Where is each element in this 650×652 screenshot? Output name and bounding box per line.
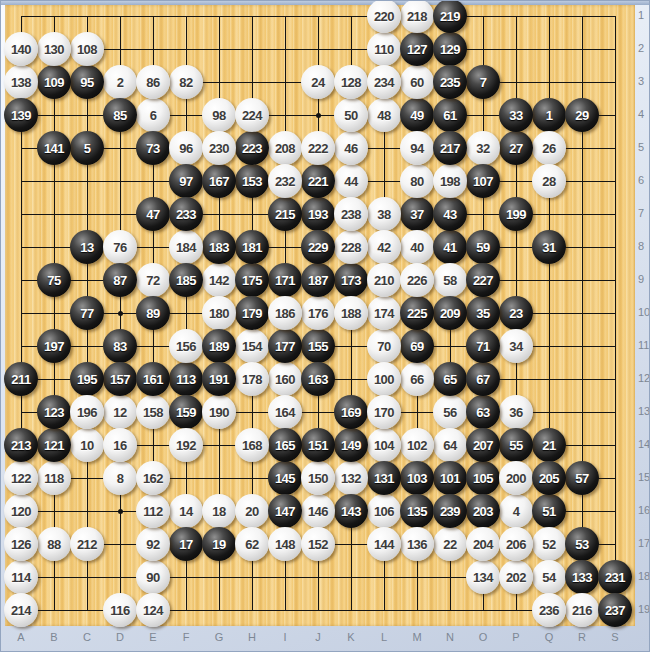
stone-white-O17[interactable]: 204 [466,527,500,561]
stone-black-Q4[interactable]: 1 [532,98,566,132]
stone-white-J5[interactable]: 222 [301,131,335,165]
stone-white-P18[interactable]: 202 [499,560,533,594]
stone-black-F12[interactable]: 113 [169,362,203,396]
stone-black-H8[interactable]: 181 [235,230,269,264]
column-label-K: K [342,631,360,643]
stone-black-P10[interactable]: 23 [499,296,533,330]
stone-black-D11[interactable]: 83 [103,329,137,363]
stone-white-F11[interactable]: 156 [169,329,203,363]
row-label-6: 6 [638,174,650,186]
stone-black-O10[interactable]: 35 [466,296,500,330]
stone-white-M6[interactable]: 80 [400,164,434,198]
row-label-3: 3 [638,75,650,87]
stone-white-I5[interactable]: 208 [268,131,302,165]
column-label-O: O [474,631,492,643]
stone-black-O13[interactable]: 63 [466,395,500,429]
stone-white-J3[interactable]: 24 [301,65,335,99]
row-label-16: 16 [638,504,650,516]
row-label-15: 15 [638,471,650,483]
stone-black-J12[interactable]: 163 [301,362,335,396]
stone-white-J15[interactable]: 150 [301,461,335,495]
stone-white-I13[interactable]: 164 [268,395,302,429]
stone-black-R18[interactable]: 133 [565,560,599,594]
column-label-B: B [45,631,63,643]
stone-black-B5[interactable]: 141 [37,131,71,165]
stone-white-L4[interactable]: 48 [367,98,401,132]
row-label-18: 18 [638,570,650,582]
stone-white-K8[interactable]: 228 [334,230,368,264]
stone-black-P5[interactable]: 27 [499,131,533,165]
row-label-17: 17 [638,537,650,549]
column-label-C: C [78,631,96,643]
stone-black-Q14[interactable]: 21 [532,428,566,462]
stone-white-K5[interactable]: 46 [334,131,368,165]
stone-white-J16[interactable]: 146 [301,494,335,528]
stone-white-G4[interactable]: 98 [202,98,236,132]
stone-white-L8[interactable]: 42 [367,230,401,264]
stone-black-B9[interactable]: 75 [37,263,71,297]
stone-white-K6[interactable]: 44 [334,164,368,198]
stone-white-I17[interactable]: 148 [268,527,302,561]
column-label-G: G [210,631,228,643]
stone-white-A17[interactable]: 126 [4,527,38,561]
stone-black-G17[interactable]: 19 [202,527,236,561]
row-label-14: 14 [638,438,650,450]
stone-black-D9[interactable]: 87 [103,263,137,297]
star-point-D10 [118,311,123,316]
stone-white-K15[interactable]: 132 [334,461,368,495]
row-label-12: 12 [638,372,650,384]
stone-black-D12[interactable]: 157 [103,362,137,396]
stone-white-A15[interactable]: 122 [4,461,38,495]
stone-white-M1[interactable]: 218 [400,0,434,33]
stone-black-C8[interactable]: 13 [70,230,104,264]
stone-white-P11[interactable]: 34 [499,329,533,363]
stone-white-A18[interactable]: 114 [4,560,38,594]
stone-black-N3[interactable]: 235 [433,65,467,99]
stone-white-G9[interactable]: 142 [202,263,236,297]
stone-white-N6[interactable]: 198 [433,164,467,198]
stone-white-F16[interactable]: 14 [169,494,203,528]
stone-white-Q5[interactable]: 26 [532,131,566,165]
stone-black-O6[interactable]: 107 [466,164,500,198]
stone-black-I11[interactable]: 177 [268,329,302,363]
stone-black-J7[interactable]: 193 [301,197,335,231]
stone-white-C13[interactable]: 196 [70,395,104,429]
stone-white-D15[interactable]: 8 [103,461,137,495]
stone-black-N5[interactable]: 217 [433,131,467,165]
stone-black-O16[interactable]: 203 [466,494,500,528]
stone-black-M4[interactable]: 49 [400,98,434,132]
stone-black-K9[interactable]: 173 [334,263,368,297]
stone-white-M3[interactable]: 60 [400,65,434,99]
stone-white-M14[interactable]: 102 [400,428,434,462]
stone-black-M2[interactable]: 127 [400,32,434,66]
stone-white-A3[interactable]: 138 [4,65,38,99]
stone-white-G13[interactable]: 190 [202,395,236,429]
grid-line-vertical [615,16,616,611]
stone-black-S19[interactable]: 237 [598,593,632,627]
column-label-L: L [375,631,393,643]
row-label-5: 5 [638,141,650,153]
stone-white-J17[interactable]: 152 [301,527,335,561]
column-label-A: A [12,631,30,643]
stone-white-Q18[interactable]: 54 [532,560,566,594]
stone-black-N2[interactable]: 129 [433,32,467,66]
stone-black-J9[interactable]: 187 [301,263,335,297]
row-label-9: 9 [638,273,650,285]
row-label-7: 7 [638,207,650,219]
stone-white-H4[interactable]: 224 [235,98,269,132]
stone-black-N1[interactable]: 219 [433,0,467,33]
stone-white-L11[interactable]: 70 [367,329,401,363]
stone-white-E16[interactable]: 112 [136,494,170,528]
stone-white-P15[interactable]: 200 [499,461,533,495]
row-label-2: 2 [638,42,650,54]
stone-white-E3[interactable]: 86 [136,65,170,99]
stone-white-F8[interactable]: 184 [169,230,203,264]
stone-white-L14[interactable]: 104 [367,428,401,462]
stone-black-M16[interactable]: 135 [400,494,434,528]
stone-black-O8[interactable]: 59 [466,230,500,264]
stone-white-I6[interactable]: 232 [268,164,302,198]
stone-black-H5[interactable]: 223 [235,131,269,165]
stone-black-C10[interactable]: 77 [70,296,104,330]
column-label-M: M [408,631,426,643]
stone-white-H12[interactable]: 178 [235,362,269,396]
stone-black-F7[interactable]: 233 [169,197,203,231]
stone-white-Q17[interactable]: 52 [532,527,566,561]
stone-white-N13[interactable]: 56 [433,395,467,429]
stone-black-N7[interactable]: 43 [433,197,467,231]
stone-black-F6[interactable]: 97 [169,164,203,198]
stone-white-L7[interactable]: 38 [367,197,401,231]
stone-white-D3[interactable]: 2 [103,65,137,99]
stone-black-I7[interactable]: 215 [268,197,302,231]
stone-white-E4[interactable]: 6 [136,98,170,132]
stone-black-H6[interactable]: 153 [235,164,269,198]
stone-white-E19[interactable]: 124 [136,593,170,627]
stone-white-D8[interactable]: 76 [103,230,137,264]
stone-white-P13[interactable]: 36 [499,395,533,429]
stone-white-B2[interactable]: 130 [37,32,71,66]
stone-black-I15[interactable]: 145 [268,461,302,495]
stone-white-A16[interactable]: 120 [4,494,38,528]
stone-black-N16[interactable]: 239 [433,494,467,528]
stone-white-A19[interactable]: 214 [4,593,38,627]
stone-white-G5[interactable]: 230 [202,131,236,165]
stone-white-H14[interactable]: 168 [235,428,269,462]
stone-white-F5[interactable]: 96 [169,131,203,165]
stone-black-C12[interactable]: 195 [70,362,104,396]
stone-black-B11[interactable]: 197 [37,329,71,363]
stone-white-H11[interactable]: 154 [235,329,269,363]
stone-black-K13[interactable]: 169 [334,395,368,429]
stone-black-I14[interactable]: 165 [268,428,302,462]
row-label-4: 4 [638,108,650,120]
stone-white-E9[interactable]: 72 [136,263,170,297]
goban: 1245678101213141617181920212223242627282… [5,5,635,626]
stone-black-G11[interactable]: 189 [202,329,236,363]
stone-black-F17[interactable]: 17 [169,527,203,561]
stone-white-M17[interactable]: 136 [400,527,434,561]
stone-white-D19[interactable]: 116 [103,593,137,627]
stone-black-E12[interactable]: 161 [136,362,170,396]
column-label-Q: Q [540,631,558,643]
stone-black-F13[interactable]: 159 [169,395,203,429]
column-label-H: H [243,631,261,643]
stone-white-G16[interactable]: 18 [202,494,236,528]
stone-white-L13[interactable]: 170 [367,395,401,429]
stone-white-N9[interactable]: 58 [433,263,467,297]
stone-black-Q8[interactable]: 31 [532,230,566,264]
stone-black-J14[interactable]: 151 [301,428,335,462]
stone-black-G12[interactable]: 191 [202,362,236,396]
stone-white-E18[interactable]: 90 [136,560,170,594]
stone-black-E5[interactable]: 73 [136,131,170,165]
stone-black-K16[interactable]: 143 [334,494,368,528]
stone-black-E7[interactable]: 47 [136,197,170,231]
stone-black-M10[interactable]: 225 [400,296,434,330]
stone-black-E10[interactable]: 89 [136,296,170,330]
stone-black-R17[interactable]: 53 [565,527,599,561]
stone-white-B15[interactable]: 118 [37,461,71,495]
stone-white-D14[interactable]: 16 [103,428,137,462]
stone-white-B17[interactable]: 88 [37,527,71,561]
stone-black-O14[interactable]: 207 [466,428,500,462]
stone-white-K3[interactable]: 128 [334,65,368,99]
stone-white-G10[interactable]: 180 [202,296,236,330]
stone-black-G8[interactable]: 183 [202,230,236,264]
stone-black-N4[interactable]: 61 [433,98,467,132]
column-label-E: E [144,631,162,643]
stone-white-P16[interactable]: 4 [499,494,533,528]
stone-black-J11[interactable]: 155 [301,329,335,363]
stone-white-N17[interactable]: 22 [433,527,467,561]
stone-white-I10[interactable]: 186 [268,296,302,330]
stone-white-M5[interactable]: 94 [400,131,434,165]
column-label-R: R [573,631,591,643]
row-label-8: 8 [638,240,650,252]
stone-black-O3[interactable]: 7 [466,65,500,99]
stone-black-A4[interactable]: 139 [4,98,38,132]
stone-black-O11[interactable]: 71 [466,329,500,363]
stone-black-I9[interactable]: 171 [268,263,302,297]
stone-black-J8[interactable]: 229 [301,230,335,264]
stone-white-L1[interactable]: 220 [367,0,401,33]
stone-black-B3[interactable]: 109 [37,65,71,99]
stone-white-Q6[interactable]: 28 [532,164,566,198]
stone-white-E15[interactable]: 162 [136,461,170,495]
stone-black-C3[interactable]: 95 [70,65,104,99]
stone-white-L2[interactable]: 110 [367,32,401,66]
stone-black-G6[interactable]: 167 [202,164,236,198]
stone-white-I12[interactable]: 160 [268,362,302,396]
column-label-I: I [276,631,294,643]
stone-black-J6[interactable]: 221 [301,164,335,198]
stone-black-B13[interactable]: 123 [37,395,71,429]
stone-black-Q16[interactable]: 51 [532,494,566,528]
stone-white-D13[interactable]: 12 [103,395,137,429]
row-label-19: 19 [638,603,650,615]
row-label-13: 13 [638,405,650,417]
stone-black-M11[interactable]: 69 [400,329,434,363]
stone-black-D4[interactable]: 85 [103,98,137,132]
stone-black-A12[interactable]: 211 [4,362,38,396]
stone-black-P7[interactable]: 199 [499,197,533,231]
stone-black-N12[interactable]: 65 [433,362,467,396]
stone-black-N15[interactable]: 101 [433,461,467,495]
stone-white-P17[interactable]: 206 [499,527,533,561]
stone-black-P4[interactable]: 33 [499,98,533,132]
stone-black-N10[interactable]: 209 [433,296,467,330]
stone-black-N8[interactable]: 41 [433,230,467,264]
stone-black-B14[interactable]: 121 [37,428,71,462]
stone-white-L12[interactable]: 100 [367,362,401,396]
stone-black-K14[interactable]: 149 [334,428,368,462]
stone-white-L9[interactable]: 210 [367,263,401,297]
stone-black-H9[interactable]: 175 [235,263,269,297]
stone-white-J10[interactable]: 176 [301,296,335,330]
column-label-F: F [177,631,195,643]
column-label-P: P [507,631,525,643]
stone-white-H16[interactable]: 20 [235,494,269,528]
stone-black-O15[interactable]: 105 [466,461,500,495]
stone-black-R4[interactable]: 29 [565,98,599,132]
row-label-10: 10 [638,306,650,318]
stone-black-Q15[interactable]: 205 [532,461,566,495]
stone-white-E17[interactable]: 92 [136,527,170,561]
stone-white-K4[interactable]: 50 [334,98,368,132]
stone-white-L17[interactable]: 144 [367,527,401,561]
row-label-1: 1 [638,9,650,21]
stone-white-L16[interactable]: 106 [367,494,401,528]
stone-white-L3[interactable]: 234 [367,65,401,99]
stone-black-L15[interactable]: 131 [367,461,401,495]
column-label-N: N [441,631,459,643]
stone-white-F14[interactable]: 192 [169,428,203,462]
stone-black-I16[interactable]: 147 [268,494,302,528]
stone-black-C5[interactable]: 5 [70,131,104,165]
stone-white-E13[interactable]: 158 [136,395,170,429]
row-label-11: 11 [638,339,650,351]
stone-white-C17[interactable]: 212 [70,527,104,561]
stone-black-F9[interactable]: 185 [169,263,203,297]
column-label-S: S [606,631,624,643]
stone-white-M8[interactable]: 40 [400,230,434,264]
stone-black-M7[interactable]: 37 [400,197,434,231]
stone-white-O18[interactable]: 134 [466,560,500,594]
stone-white-R19[interactable]: 216 [565,593,599,627]
stone-black-A14[interactable]: 213 [4,428,38,462]
stone-white-Q19[interactable]: 236 [532,593,566,627]
stone-white-M9[interactable]: 226 [400,263,434,297]
column-label-J: J [309,631,327,643]
stone-white-O5[interactable]: 32 [466,131,500,165]
stone-white-K10[interactable]: 188 [334,296,368,330]
stone-white-C14[interactable]: 10 [70,428,104,462]
stone-black-P14[interactable]: 55 [499,428,533,462]
stone-black-S18[interactable]: 231 [598,560,632,594]
star-point-D16 [118,509,123,514]
stone-white-C2[interactable]: 108 [70,32,104,66]
column-label-D: D [111,631,129,643]
stone-white-H17[interactable]: 62 [235,527,269,561]
star-point-J4 [316,113,321,118]
stone-white-M12[interactable]: 66 [400,362,434,396]
stone-black-O9[interactable]: 227 [466,263,500,297]
stone-black-M15[interactable]: 103 [400,461,434,495]
stone-white-K7[interactable]: 238 [334,197,368,231]
stone-white-L10[interactable]: 174 [367,296,401,330]
stone-white-N14[interactable]: 64 [433,428,467,462]
stone-black-R15[interactable]: 57 [565,461,599,495]
stone-white-F3[interactable]: 82 [169,65,203,99]
stone-white-A2[interactable]: 140 [4,32,38,66]
stone-black-O12[interactable]: 67 [466,362,500,396]
go-game-record-screenshot: 1245678101213141617181920212223242627282… [0,0,650,652]
stone-black-H10[interactable]: 179 [235,296,269,330]
